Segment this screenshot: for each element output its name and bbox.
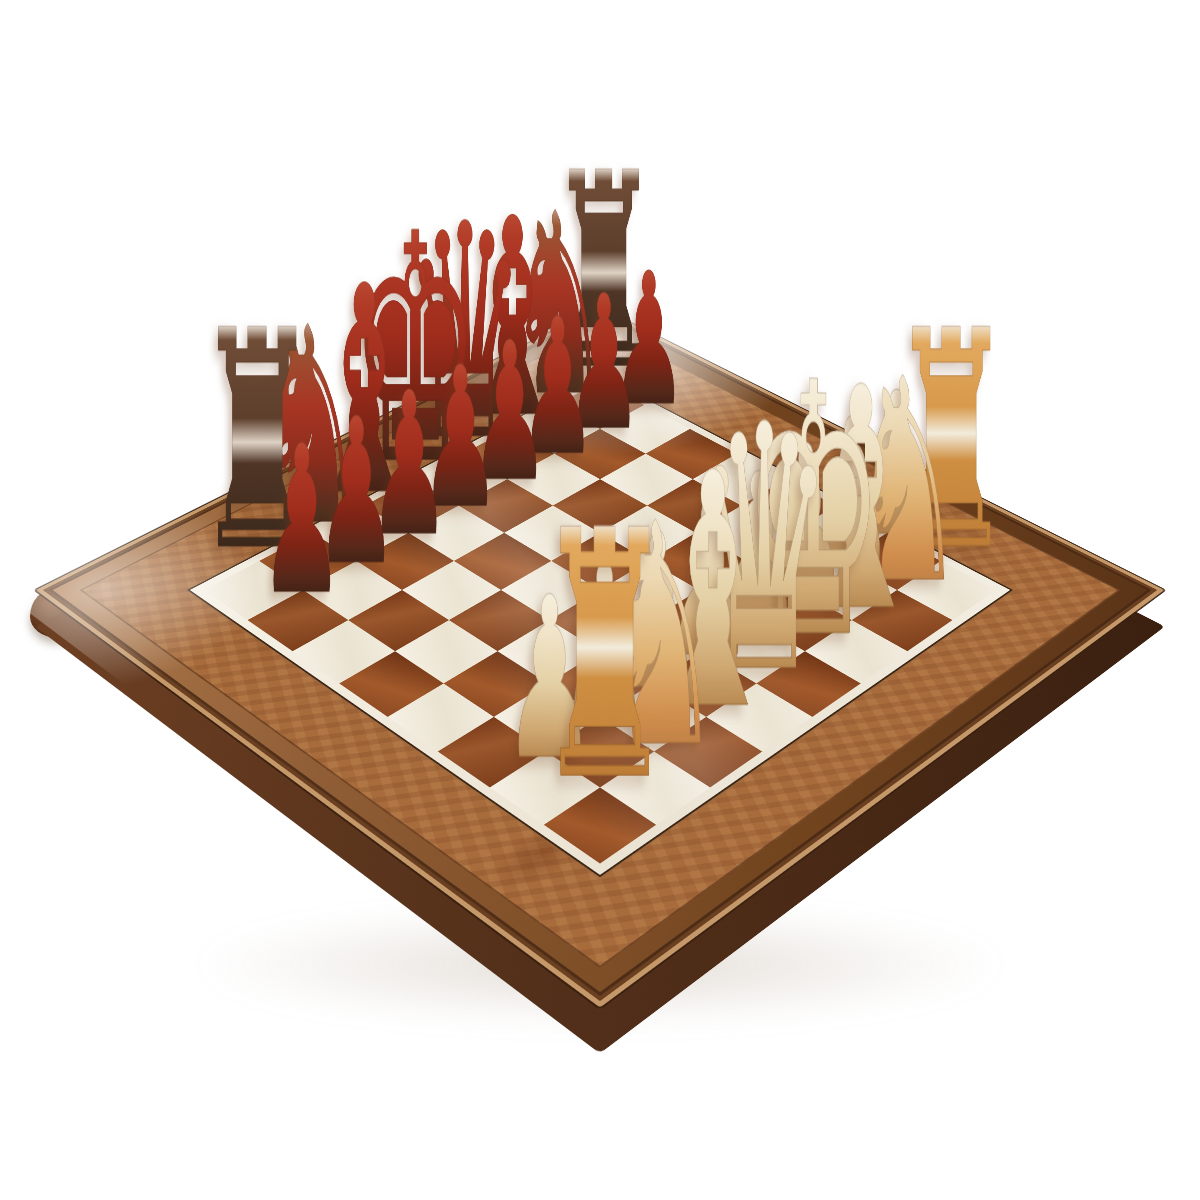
white-rook-a1[interactable]: ♜ [500,487,709,828]
red-pawn-a7[interactable]: ♟ [208,419,395,623]
photo-scene: ♜♞♝♛♚♝♞♜♟♟♟♟♟♟♟♟♟♟♟♟♟♟♟♟♜♞♝♚♛♝♞♜ [0,0,1200,1200]
chess-board: ♜♞♝♛♚♝♞♜♟♟♟♟♟♟♟♟♟♟♟♟♟♟♟♟♜♞♝♚♛♝♞♜ [36,307,1165,1007]
